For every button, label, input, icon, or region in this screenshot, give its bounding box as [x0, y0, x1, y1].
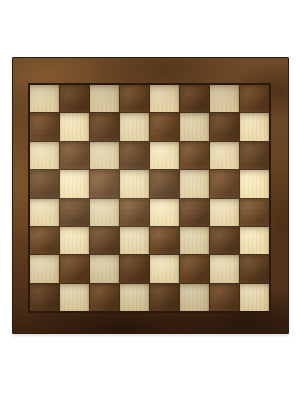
square-h1 [240, 284, 269, 311]
photo-background [0, 0, 300, 400]
square-b2 [60, 255, 89, 282]
square-g3 [210, 227, 239, 254]
square-c7 [90, 113, 119, 140]
square-g6 [210, 142, 239, 169]
square-f2 [180, 255, 209, 282]
square-b7 [60, 113, 89, 140]
square-f8 [180, 85, 209, 112]
square-d3 [120, 227, 149, 254]
square-g1 [210, 284, 239, 311]
square-h5 [240, 170, 269, 197]
square-h6 [240, 142, 269, 169]
square-c4 [90, 199, 119, 226]
square-h8 [240, 85, 269, 112]
square-d7 [120, 113, 149, 140]
square-f3 [180, 227, 209, 254]
square-e5 [150, 170, 179, 197]
square-e4 [150, 199, 179, 226]
square-f7 [180, 113, 209, 140]
square-a4 [30, 199, 59, 226]
square-h7 [240, 113, 269, 140]
square-f5 [180, 170, 209, 197]
square-b5 [60, 170, 89, 197]
square-g4 [210, 199, 239, 226]
square-c6 [90, 142, 119, 169]
square-e6 [150, 142, 179, 169]
square-d5 [120, 170, 149, 197]
square-b1 [60, 284, 89, 311]
square-d8 [120, 85, 149, 112]
square-c3 [90, 227, 119, 254]
square-b3 [60, 227, 89, 254]
square-c2 [90, 255, 119, 282]
square-b4 [60, 199, 89, 226]
chess-board [12, 57, 289, 334]
square-c1 [90, 284, 119, 311]
square-c8 [90, 85, 119, 112]
square-e1 [150, 284, 179, 311]
square-g7 [210, 113, 239, 140]
square-a6 [30, 142, 59, 169]
square-g5 [210, 170, 239, 197]
square-f4 [180, 199, 209, 226]
board-grid [30, 85, 269, 311]
square-a3 [30, 227, 59, 254]
square-e8 [150, 85, 179, 112]
square-d1 [120, 284, 149, 311]
square-e7 [150, 113, 179, 140]
square-c5 [90, 170, 119, 197]
square-h4 [240, 199, 269, 226]
square-e3 [150, 227, 179, 254]
square-h3 [240, 227, 269, 254]
square-b6 [60, 142, 89, 169]
square-g8 [210, 85, 239, 112]
square-a2 [30, 255, 59, 282]
square-g2 [210, 255, 239, 282]
square-d4 [120, 199, 149, 226]
square-d6 [120, 142, 149, 169]
board-pinstripe-border [28, 83, 271, 313]
square-a1 [30, 284, 59, 311]
square-a5 [30, 170, 59, 197]
square-e2 [150, 255, 179, 282]
square-a8 [30, 85, 59, 112]
square-f1 [180, 284, 209, 311]
square-b8 [60, 85, 89, 112]
square-f6 [180, 142, 209, 169]
square-d2 [120, 255, 149, 282]
square-a7 [30, 113, 59, 140]
square-h2 [240, 255, 269, 282]
